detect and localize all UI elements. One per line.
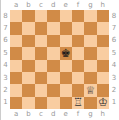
- file-label-f: f: [72, 109, 84, 120]
- square-f8[interactable]: [72, 10, 84, 22]
- square-h8[interactable]: [97, 10, 109, 22]
- file-label-f: f: [72, 0, 84, 10]
- square-c4[interactable]: [35, 60, 47, 72]
- file-label-b: b: [22, 0, 34, 10]
- square-c2[interactable]: [35, 84, 47, 96]
- file-label-c: c: [35, 109, 47, 120]
- white-queen[interactable]: ♕: [86, 84, 96, 95]
- square-h2[interactable]: [97, 84, 109, 96]
- square-f7[interactable]: [72, 22, 84, 34]
- square-g3[interactable]: [84, 72, 96, 84]
- square-c6[interactable]: [35, 35, 47, 47]
- square-b7[interactable]: [22, 22, 34, 34]
- square-b3[interactable]: [22, 72, 34, 84]
- square-a5[interactable]: [10, 47, 22, 59]
- square-h6[interactable]: [97, 35, 109, 47]
- square-a4[interactable]: [10, 60, 22, 72]
- black-king[interactable]: ♚: [61, 47, 71, 58]
- file-label-b: b: [22, 109, 34, 120]
- square-c1[interactable]: [35, 97, 47, 109]
- square-a8[interactable]: [10, 10, 22, 22]
- square-g1[interactable]: [84, 97, 96, 109]
- file-labels-bottom: abcdefgh: [10, 109, 109, 120]
- square-e7[interactable]: [60, 22, 72, 34]
- square-g4[interactable]: [84, 60, 96, 72]
- square-b2[interactable]: [22, 84, 34, 96]
- square-d3[interactable]: [47, 72, 59, 84]
- file-label-e: e: [60, 0, 72, 10]
- file-label-d: d: [47, 109, 59, 120]
- square-b4[interactable]: [22, 60, 34, 72]
- square-g7[interactable]: [84, 22, 96, 34]
- square-a6[interactable]: [10, 35, 22, 47]
- rank-label-4: 4: [109, 60, 119, 72]
- file-label-a: a: [10, 0, 22, 10]
- square-g5[interactable]: [84, 47, 96, 59]
- rank-label-4: 4: [1, 60, 10, 72]
- square-e5[interactable]: ♚: [60, 47, 72, 59]
- square-f1[interactable]: ♖: [72, 97, 84, 109]
- file-label-h: h: [97, 0, 109, 10]
- square-d5[interactable]: [47, 47, 59, 59]
- square-d1[interactable]: [47, 97, 59, 109]
- square-g2[interactable]: ♕: [84, 84, 96, 96]
- square-e1[interactable]: [60, 97, 72, 109]
- square-h5[interactable]: [97, 47, 109, 59]
- rank-label-1: 1: [1, 97, 10, 109]
- file-label-e: e: [60, 109, 72, 120]
- square-h1[interactable]: ♔: [97, 97, 109, 109]
- rank-label-6: 6: [1, 35, 10, 47]
- square-g6[interactable]: [84, 35, 96, 47]
- file-label-g: g: [84, 109, 96, 120]
- square-c3[interactable]: [35, 72, 47, 84]
- chess-board[interactable]: ♚♕♖♔: [10, 10, 109, 109]
- square-e2[interactable]: [60, 84, 72, 96]
- file-label-c: c: [35, 0, 47, 10]
- rank-labels-right: 87654321: [109, 10, 119, 109]
- square-h4[interactable]: [97, 60, 109, 72]
- square-a1[interactable]: [10, 97, 22, 109]
- square-h3[interactable]: [97, 72, 109, 84]
- white-king[interactable]: ♔: [98, 97, 108, 108]
- rank-label-3: 3: [1, 72, 10, 84]
- square-f2[interactable]: [72, 84, 84, 96]
- rank-label-8: 8: [1, 10, 10, 22]
- square-b1[interactable]: [22, 97, 34, 109]
- rank-label-8: 8: [109, 10, 119, 22]
- square-f3[interactable]: [72, 72, 84, 84]
- file-label-h: h: [97, 109, 109, 120]
- rank-label-6: 6: [109, 35, 119, 47]
- square-a2[interactable]: [10, 84, 22, 96]
- square-b8[interactable]: [22, 10, 34, 22]
- square-a7[interactable]: [10, 22, 22, 34]
- square-b5[interactable]: [22, 47, 34, 59]
- file-label-d: d: [47, 0, 59, 10]
- white-rook[interactable]: ♖: [73, 97, 83, 108]
- file-label-a: a: [10, 109, 22, 120]
- square-d7[interactable]: [47, 22, 59, 34]
- square-f6[interactable]: [72, 35, 84, 47]
- rank-label-7: 7: [1, 22, 10, 34]
- rank-label-1: 1: [109, 97, 119, 109]
- square-f5[interactable]: [72, 47, 84, 59]
- rank-label-3: 3: [109, 72, 119, 84]
- square-e4[interactable]: [60, 60, 72, 72]
- square-g8[interactable]: [84, 10, 96, 22]
- chess-board-diagram: abcdefgh 87654321 ♚♕♖♔ 87654321 abcdefgh: [0, 0, 119, 120]
- square-d6[interactable]: [47, 35, 59, 47]
- square-c8[interactable]: [35, 10, 47, 22]
- rank-labels-left: 87654321: [1, 10, 10, 109]
- rank-label-5: 5: [1, 47, 10, 59]
- square-e8[interactable]: [60, 10, 72, 22]
- square-h7[interactable]: [97, 22, 109, 34]
- rank-label-2: 2: [1, 84, 10, 96]
- rank-label-2: 2: [109, 84, 119, 96]
- rank-label-7: 7: [109, 22, 119, 34]
- square-d4[interactable]: [47, 60, 59, 72]
- file-label-g: g: [84, 0, 96, 10]
- square-e3[interactable]: [60, 72, 72, 84]
- square-e6[interactable]: [60, 35, 72, 47]
- square-d8[interactable]: [47, 10, 59, 22]
- square-a3[interactable]: [10, 72, 22, 84]
- square-f4[interactable]: [72, 60, 84, 72]
- square-d2[interactable]: [47, 84, 59, 96]
- square-c5[interactable]: [35, 47, 47, 59]
- file-labels-top: abcdefgh: [10, 0, 109, 10]
- rank-label-5: 5: [109, 47, 119, 59]
- square-c7[interactable]: [35, 22, 47, 34]
- square-b6[interactable]: [22, 35, 34, 47]
